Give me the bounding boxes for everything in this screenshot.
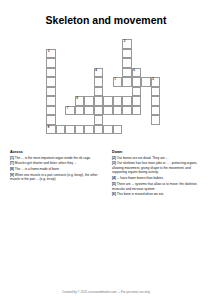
grid-cell[interactable] (84, 106, 94, 116)
grid-cell[interactable]: 5 (151, 77, 161, 87)
grid-blank (113, 87, 123, 97)
grid-blank (103, 77, 113, 87)
grid-cell[interactable] (65, 125, 75, 135)
grid-cell[interactable] (132, 77, 142, 87)
grid-cell[interactable] (113, 106, 123, 116)
grid-blank (113, 49, 123, 59)
cell-number: 5 (152, 78, 154, 81)
grid-cell[interactable] (113, 125, 123, 135)
grid-cell[interactable] (103, 125, 113, 135)
across-clues: Across [1] The ... is the most important… (10, 150, 104, 198)
across-header: Across (10, 150, 104, 154)
grid-blank (56, 115, 66, 125)
grid-blank (113, 58, 123, 68)
grid-cell[interactable] (122, 68, 132, 78)
grid-cell[interactable] (132, 106, 142, 116)
grid-cell[interactable] (94, 96, 104, 106)
grid-cell[interactable] (46, 87, 56, 97)
clue-item: [1] The ... is the most important organ … (10, 156, 104, 161)
grid-cell[interactable]: 6 (132, 68, 142, 78)
cell-number: 3 (48, 50, 50, 53)
grid-cell[interactable] (46, 96, 56, 106)
cell-number: 7 (67, 107, 69, 110)
grid-cell[interactable]: 2 (122, 39, 132, 49)
cell-number: 6 (133, 69, 135, 72)
cell-number: 8 (48, 126, 50, 129)
puzzle-title: Skeleton and movement (0, 14, 212, 26)
clue-item: [4] ... have fewer bones than babies. (112, 176, 206, 181)
grid-blank (84, 87, 94, 97)
grid-blank (84, 77, 94, 87)
grid-blank (75, 68, 85, 78)
grid-blank (132, 125, 142, 135)
grid-blank (151, 39, 161, 49)
grid-blank (141, 58, 151, 68)
grid-blank (103, 68, 113, 78)
grid-blank (132, 115, 142, 125)
grid-cell[interactable] (46, 106, 56, 116)
grid-blank (56, 58, 66, 68)
grid-blank (75, 115, 85, 125)
grid-blank (151, 68, 161, 78)
grid-blank (84, 49, 94, 59)
grid-cell[interactable] (94, 115, 104, 125)
grid-cell[interactable] (56, 125, 66, 135)
clue-item: [9] When one muscle in a pair contracts … (10, 173, 104, 182)
grid-blank (141, 87, 151, 97)
grid-cell[interactable]: 8 (46, 125, 56, 135)
crossword-grid: 234615978 (46, 39, 160, 134)
grid-blank (122, 115, 132, 125)
grid-blank (65, 68, 75, 78)
grid-blank (75, 87, 85, 97)
grid-cell[interactable] (151, 87, 161, 97)
grid-cell[interactable]: 3 (46, 49, 56, 59)
clue-item: [3] Our skeleton has four main jobs or .… (112, 161, 206, 175)
clue-item: [8] The ... is a frame made of bone (10, 167, 104, 172)
grid-blank (65, 49, 75, 59)
grid-cell[interactable] (122, 106, 132, 116)
cell-number: 4 (95, 69, 97, 72)
grid-cell[interactable]: 9 (75, 96, 85, 106)
clue-item: [5] There are ... systems that allow us … (112, 182, 206, 191)
grid-blank (132, 58, 142, 68)
grid-blank (122, 87, 132, 97)
grid-cell[interactable] (84, 96, 94, 106)
grid-cell[interactable] (94, 77, 104, 87)
grid-blank (84, 39, 94, 49)
grid-blank (65, 39, 75, 49)
grid-cell[interactable] (103, 106, 113, 116)
grid-blank (75, 49, 85, 59)
grid-blank (103, 58, 113, 68)
grid-blank (84, 58, 94, 68)
grid-blank (65, 115, 75, 125)
grid-blank (65, 87, 75, 97)
grid-blank (65, 96, 75, 106)
grid-blank (141, 106, 151, 116)
grid-blank (84, 115, 94, 125)
grid-cell[interactable] (46, 58, 56, 68)
grid-blank (56, 87, 66, 97)
grid-cell[interactable] (94, 87, 104, 97)
grid-blank (103, 39, 113, 49)
grid-blank (141, 96, 151, 106)
grid-blank (75, 39, 85, 49)
grid-cell[interactable] (113, 96, 123, 106)
grid-blank (141, 125, 151, 135)
grid-blank (56, 49, 66, 59)
grid-blank (56, 39, 66, 49)
grid-cell[interactable] (132, 87, 142, 97)
grid-blank (113, 115, 123, 125)
grid-blank (56, 68, 66, 78)
grid-blank (94, 58, 104, 68)
grid-cell[interactable] (122, 77, 132, 87)
grid-cell[interactable] (122, 96, 132, 106)
cell-number: 2 (124, 40, 126, 43)
grid-cell[interactable] (94, 125, 104, 135)
grid-blank (46, 39, 56, 49)
grid-cell[interactable]: 4 (94, 68, 104, 78)
down-clues: Down [2] Our bones are not dead. They ar… (112, 150, 206, 198)
grid-blank (141, 68, 151, 78)
grid-blank (122, 125, 132, 135)
down-header: Down (112, 150, 206, 154)
grid-blank (141, 39, 151, 49)
grid-blank (84, 68, 94, 78)
grid-cell[interactable] (75, 106, 85, 116)
clue-item: [7] Muscles get shorter and fatter, when… (10, 161, 104, 166)
grid-blank (141, 49, 151, 59)
grid-cell[interactable] (84, 125, 94, 135)
grid-blank (151, 49, 161, 59)
grid-cell[interactable] (103, 96, 113, 106)
grid-blank (103, 87, 113, 97)
grid-blank (94, 49, 104, 59)
grid-cell[interactable] (122, 49, 132, 59)
grid-blank (75, 58, 85, 68)
grid-blank (141, 115, 151, 125)
grid-cell[interactable] (46, 115, 56, 125)
grid-cell[interactable]: 7 (65, 106, 75, 116)
grid-blank (103, 49, 113, 59)
clue-area: Across [1] The ... is the most important… (10, 150, 206, 198)
grid-blank (132, 49, 142, 59)
grid-cell[interactable] (122, 58, 132, 68)
grid-cell[interactable] (151, 106, 161, 116)
clue-item: [2] Our bones are not dead. They are ... (112, 156, 206, 161)
grid-blank (75, 77, 85, 87)
grid-cell[interactable] (75, 125, 85, 135)
grid-blank (151, 125, 161, 135)
grid-cell[interactable] (151, 96, 161, 106)
grid-blank (65, 58, 75, 68)
clue-item: [6] This bone is moved when we eat. (112, 192, 206, 197)
grid-blank (113, 68, 123, 78)
grid-blank (56, 96, 66, 106)
cell-number: 1 (114, 78, 116, 81)
grid-blank (94, 39, 104, 49)
grid-blank (65, 77, 75, 87)
grid-blank (151, 58, 161, 68)
grid-cell[interactable] (141, 77, 151, 87)
grid-cell[interactable]: 1 (113, 77, 123, 87)
grid-blank (132, 39, 142, 49)
grid-blank (56, 106, 66, 116)
grid-blank (103, 115, 113, 125)
grid-cell[interactable] (94, 106, 104, 116)
grid-cell[interactable] (151, 115, 161, 125)
grid-blank (113, 39, 123, 49)
grid-cell[interactable] (132, 96, 142, 106)
grid-blank (56, 77, 66, 87)
footer-credit: Created by © 2025 crosswordmaker.com — F… (0, 290, 212, 294)
grid-cell[interactable] (46, 68, 56, 78)
cell-number: 9 (76, 97, 78, 100)
grid-cell[interactable] (46, 77, 56, 87)
